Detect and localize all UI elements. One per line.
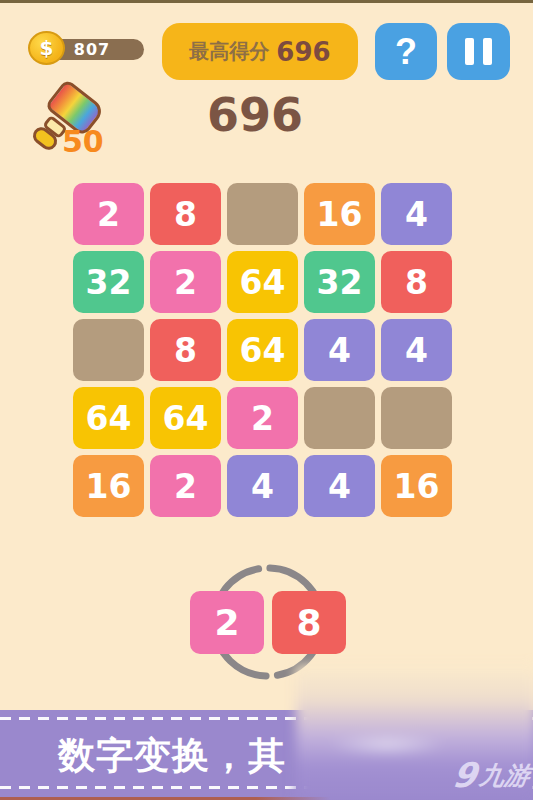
jiuyou-watermark: 9 九游 xyxy=(451,758,532,792)
tile-r5c2-2[interactable]: 2 xyxy=(150,455,221,517)
empty-cell-r3c1[interactable] xyxy=(73,319,144,381)
tile-r1c1-2[interactable]: 2 xyxy=(73,183,144,245)
question-mark-icon: ? xyxy=(395,31,417,73)
tile-r4c2-64[interactable]: 64 xyxy=(150,387,221,449)
tile-r5c4-4[interactable]: 4 xyxy=(304,455,375,517)
pause-icon xyxy=(483,38,492,65)
tile-r5c3-4[interactable]: 4 xyxy=(227,455,298,517)
best-score-banner: 最高得分 696 xyxy=(162,23,358,80)
coin-icon: $ xyxy=(28,31,65,65)
best-score-value: 696 xyxy=(276,37,330,67)
jiuyou-logo-icon: 9 xyxy=(451,758,479,792)
empty-cell-r4c5[interactable] xyxy=(381,387,452,449)
pause-icon xyxy=(465,38,474,65)
tile-r4c3-2[interactable]: 2 xyxy=(227,387,298,449)
pause-button[interactable] xyxy=(447,23,510,80)
tile-r5c5-16[interactable]: 16 xyxy=(381,455,452,517)
tile-r2c3-64[interactable]: 64 xyxy=(227,251,298,313)
top-edge-border xyxy=(0,0,533,3)
current-score: 696 xyxy=(155,88,355,142)
caption-text: 数字变换，其 xyxy=(58,731,286,781)
tile-r3c5-4[interactable]: 4 xyxy=(381,319,452,381)
jiuyou-watermark-text: 九游 xyxy=(478,759,533,792)
tile-r1c4-16[interactable]: 16 xyxy=(304,183,375,245)
tile-r1c5-4[interactable]: 4 xyxy=(381,183,452,245)
tile-r2c1-32[interactable]: 32 xyxy=(73,251,144,313)
tile-r3c2-8[interactable]: 8 xyxy=(150,319,221,381)
tile-r3c3-64[interactable]: 64 xyxy=(227,319,298,381)
tile-r2c4-32[interactable]: 32 xyxy=(304,251,375,313)
brush-count: 50 xyxy=(62,124,104,159)
tile-r4c1-64[interactable]: 64 xyxy=(73,387,144,449)
tile-r2c2-2[interactable]: 2 xyxy=(150,251,221,313)
best-score-label: 最高得分 xyxy=(189,38,269,65)
empty-cell-r4c4[interactable] xyxy=(304,387,375,449)
tile-r3c4-4[interactable]: 4 xyxy=(304,319,375,381)
coin-balance-badge[interactable]: 807 $ xyxy=(28,31,144,67)
tile-r5c1-16[interactable]: 16 xyxy=(73,455,144,517)
game-screen: 807 $ 最高得分 696 ? 50 696 2816432264328864… xyxy=(0,0,533,800)
game-board: 281643226432886444646421624416 xyxy=(73,183,452,517)
tile-r2c5-8[interactable]: 8 xyxy=(381,251,452,313)
next-tile-right[interactable]: 8 xyxy=(272,591,346,654)
empty-cell-r1c3[interactable] xyxy=(227,183,298,245)
tile-r1c2-8[interactable]: 8 xyxy=(150,183,221,245)
help-button[interactable]: ? xyxy=(375,23,437,80)
next-tile-left[interactable]: 2 xyxy=(190,591,264,654)
